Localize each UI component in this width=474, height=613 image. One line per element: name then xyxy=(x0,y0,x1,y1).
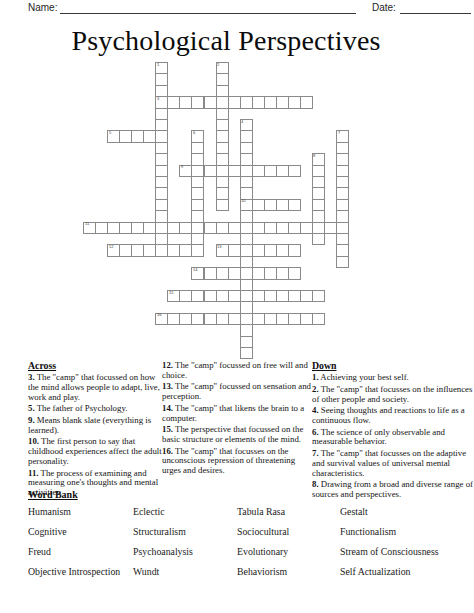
name-label: Name: xyxy=(28,2,57,13)
word-bank-item: Evolutionary xyxy=(237,542,289,562)
word-bank-item: Sociocultural xyxy=(237,522,289,542)
word-bank-heading: Word Bank xyxy=(28,489,78,500)
down-clue-list: 1. Achieving your best self.2. The "camp… xyxy=(312,373,474,499)
grid-cell[interactable] xyxy=(191,244,204,256)
cell-number: 3 xyxy=(157,97,159,101)
cell-number: 13 xyxy=(217,245,221,249)
worksheet-page: Name: Date: Psychological Perspectives 1… xyxy=(0,0,474,613)
cell-number: 11 xyxy=(85,222,89,226)
name-fill-line[interactable] xyxy=(60,1,356,14)
cell-number: 12 xyxy=(109,245,113,249)
clue-number: 14. xyxy=(162,403,173,413)
clue-item: 10. The first person to say that childho… xyxy=(28,437,166,466)
clue-number: 4. xyxy=(312,405,319,415)
word-bank-item: Cognitive xyxy=(28,522,120,542)
clue-item: 1. Achieving your best self. xyxy=(312,373,474,383)
grid-cell[interactable] xyxy=(204,96,217,108)
across-heading: Across xyxy=(28,361,166,371)
across-clue-list: 3. The "camp" that focussed on how the m… xyxy=(28,373,166,497)
cell-number: 16 xyxy=(157,313,161,317)
clue-item: 9. Means blank slate (everything is lear… xyxy=(28,416,166,435)
grid-cell[interactable] xyxy=(143,222,156,234)
grid-cell[interactable] xyxy=(228,165,241,177)
down-heading: Down xyxy=(312,361,474,371)
word-bank-item: Gestalt xyxy=(340,502,439,522)
across-clue-list-continued: 12. The "camp" focussed on free will and… xyxy=(162,361,312,476)
clue-item: 16. The "camp" that focusses on the unco… xyxy=(162,447,312,476)
cell-number: 2 xyxy=(217,63,219,67)
word-bank-item: Tabula Rasa xyxy=(237,502,289,522)
grid-cell[interactable] xyxy=(288,244,301,256)
grid-cell[interactable] xyxy=(228,313,241,325)
grid-cell[interactable] xyxy=(312,233,325,245)
clue-number: 13. xyxy=(162,381,173,391)
clue-number: 2. xyxy=(312,384,319,394)
word-bank-item: Freud xyxy=(28,542,120,562)
cell-number: 7 xyxy=(338,131,340,135)
cell-number: 9 xyxy=(181,165,183,169)
page-title: Psychological Perspectives xyxy=(0,25,452,57)
down-clues-column: Down 1. Achieving your best self.2. The … xyxy=(312,361,474,502)
grid-cell[interactable] xyxy=(179,244,192,256)
word-bank-item: Stream of Consciousness xyxy=(340,542,439,562)
clue-item: 13. The "camp" focussed on sensation and… xyxy=(162,382,312,401)
word-bank-item: Structuralism xyxy=(133,522,193,542)
date-label: Date: xyxy=(372,2,396,13)
word-bank-column: HumanismCognitiveFreudObjective Introspe… xyxy=(28,502,120,582)
cell-number: 8 xyxy=(313,154,315,158)
cell-number: 14 xyxy=(193,268,197,272)
word-bank-item: Functionalism xyxy=(340,522,439,542)
clue-item: 5. The father of Psychology. xyxy=(28,404,166,414)
word-bank-item: Psychoanalysis xyxy=(133,542,193,562)
clue-number: 7. xyxy=(312,448,319,458)
word-bank-item: Behaviorism xyxy=(237,562,289,582)
clue-number: 11. xyxy=(28,468,39,478)
word-bank-item: Wundt xyxy=(133,562,193,582)
word-bank-item: Eclectic xyxy=(133,502,193,522)
clue-number: 1. xyxy=(312,372,319,382)
clue-number: 10. xyxy=(28,436,39,446)
cell-number: 10 xyxy=(241,199,245,203)
grid-cell[interactable] xyxy=(312,313,325,325)
clue-number: 9. xyxy=(28,415,35,425)
grid-cell[interactable] xyxy=(228,290,241,302)
word-bank-column: Tabula RasaSocioculturalEvolutionaryBeha… xyxy=(237,502,289,582)
cell-number: 1 xyxy=(157,63,159,67)
clue-item: 3. The "camp" that focussed on how the m… xyxy=(28,373,166,402)
grid-cell[interactable] xyxy=(228,267,241,279)
clue-item: 15. The perspective that focussed on the… xyxy=(162,425,312,444)
date-fill-line[interactable] xyxy=(400,1,471,14)
crossword-grid: 13241056789111213141516 xyxy=(83,62,349,359)
word-bank-item: Self Actualization xyxy=(340,562,439,582)
clue-item: 14. The "camp" that likens the brain to … xyxy=(162,404,312,423)
clue-item: 12. The "camp" focussed on free will and… xyxy=(162,361,312,380)
grid-cell[interactable] xyxy=(143,244,156,256)
across-clues-column-2: 12. The "camp" focussed on free will and… xyxy=(162,361,312,478)
clue-number: 12. xyxy=(162,360,173,370)
grid-cell[interactable] xyxy=(312,290,325,302)
grid-cell[interactable]: 9 xyxy=(179,165,192,177)
clue-number: 16. xyxy=(162,446,173,456)
across-clues-column: Across 3. The "camp" that focussed on ho… xyxy=(28,361,166,500)
clue-number: 3. xyxy=(28,372,35,382)
grid-cell[interactable] xyxy=(240,347,253,359)
grid-cell[interactable] xyxy=(288,199,301,211)
grid-cell[interactable] xyxy=(216,199,229,211)
word-bank-column: EclecticStructuralismPsychoanalysisWundt xyxy=(133,502,193,582)
word-bank-column: GestaltFunctionalismStream of Consciousn… xyxy=(340,502,439,582)
clue-number: 8. xyxy=(312,479,319,489)
cell-number: 6 xyxy=(193,131,195,135)
grid-cell[interactable] xyxy=(228,222,241,234)
grid-cell[interactable] xyxy=(300,222,313,234)
grid-cell[interactable] xyxy=(324,222,337,234)
clue-item: 6. The science of only observable and me… xyxy=(312,428,474,447)
grid-cell[interactable] xyxy=(336,256,349,268)
cell-number: 4 xyxy=(241,120,243,124)
clue-item: 8. Drawing from a broad and diverse rang… xyxy=(312,480,474,499)
grid-cell[interactable] xyxy=(179,222,192,234)
word-bank-item: Humanism xyxy=(28,502,120,522)
cell-number: 15 xyxy=(169,291,173,295)
grid-cell[interactable] xyxy=(288,165,301,177)
clue-item: 7. The "camp" that focusses on the adapt… xyxy=(312,449,474,478)
grid-cell[interactable] xyxy=(228,244,241,256)
grid-cell[interactable] xyxy=(300,96,313,108)
grid-cell[interactable] xyxy=(288,267,301,279)
clue-number: 6. xyxy=(312,427,319,437)
grid-cell[interactable] xyxy=(204,165,217,177)
word-bank-item: Objective Introspection xyxy=(28,562,120,582)
clue-item: 2. The "camp" that focusses on the influ… xyxy=(312,385,474,404)
clue-item: 4. Seeing thoughts and reactions to life… xyxy=(312,406,474,425)
cell-number: 5 xyxy=(109,131,111,135)
grid-cell[interactable] xyxy=(143,130,156,142)
clue-number: 15. xyxy=(162,424,173,434)
clue-number: 5. xyxy=(28,403,35,413)
